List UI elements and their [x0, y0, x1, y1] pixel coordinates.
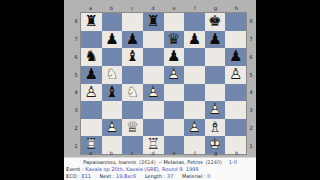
file-label-b: b [101, 5, 122, 11]
file-label-d: d [143, 150, 164, 156]
square-e2 [164, 119, 185, 137]
white-queen-c2: ♛♕ [122, 119, 143, 137]
square-g3: ♟♙ [205, 101, 226, 119]
square-b6 [102, 48, 123, 66]
rank-label-8: 8 [248, 12, 254, 30]
square-e4 [164, 84, 185, 102]
white-pawn-a4: ♟♙ [81, 84, 102, 102]
black-pawn-c7: ♟ [122, 31, 143, 49]
next-move-value: 19.Bxc6 [116, 173, 136, 179]
white-bishop-g2: ♝♗ [205, 119, 226, 137]
square-g7: ♟ [205, 31, 226, 49]
square-b5: ♞♘ [102, 66, 123, 84]
square-c3 [122, 101, 143, 119]
file-label-a: a [80, 5, 101, 11]
file-label-a: a [80, 150, 101, 156]
file-label-f: f [184, 150, 205, 156]
rank-labels-left: 87654321 [73, 12, 79, 155]
square-d3 [143, 101, 164, 119]
rank-label-4: 4 [73, 84, 79, 102]
square-d4: ♟♙ [143, 84, 164, 102]
square-g6 [205, 48, 226, 66]
square-a4: ♟♙ [81, 84, 102, 102]
square-a2 [81, 119, 102, 137]
square-e6: ♟ [164, 48, 185, 66]
stats-line: ECO : E11 Next : 19.Bxc6 Length : 37 Mat… [66, 173, 256, 179]
length-label: Length : [145, 173, 166, 179]
square-f8 [184, 13, 205, 31]
square-d2 [143, 119, 164, 137]
square-c7: ♟ [122, 31, 143, 49]
square-c2: ♛♕ [122, 119, 143, 137]
black-rook-a8: ♜ [81, 13, 102, 31]
square-c8 [122, 13, 143, 31]
black-queen-e7: ♛ [164, 31, 185, 49]
white-pawn-d4: ♟♙ [143, 84, 164, 102]
black-pawn-b7: ♟ [102, 31, 123, 49]
file-label-e: e [164, 150, 185, 156]
square-b2: ♟♙ [102, 119, 123, 137]
black-pawn-f7: ♟ [184, 31, 205, 49]
rank-label-6: 6 [73, 48, 79, 66]
rank-labels-right: 87654321 [248, 12, 254, 155]
square-f4 [184, 84, 205, 102]
file-labels-top: abcdefgh [80, 5, 247, 11]
square-f6 [184, 48, 205, 66]
white-pawn-f2: ♟♙ [184, 119, 205, 137]
white-player-rating: (2614) [139, 159, 156, 165]
rank-label-3: 3 [248, 101, 254, 119]
event-line: Event : Kavala op 20th, Kavala (GRE), Ro… [66, 166, 256, 172]
square-d7 [143, 31, 164, 49]
content-strip: abcdefgh 87654321 ♜♜♚♟♟♛♟♟♞♝♟♟♟♞♘♟♙♟♙♟♙♝… [64, 0, 256, 180]
event-value: Kavala op 20th, Kavala (GRE), Round 9, 1… [85, 166, 198, 172]
square-c5 [122, 66, 143, 84]
chess-board: ♜♜♚♟♟♛♟♟♞♝♟♟♟♞♘♟♙♟♙♟♙♝♞♘♟♙♟♙♟♙♛♕♟♙♝♗♜♖♜♖… [80, 12, 247, 155]
chess-board-area: abcdefgh 87654321 ♜♜♚♟♟♛♟♟♞♝♟♟♟♞♘♟♙♟♙♟♙♝… [64, 0, 256, 157]
black-pawn-h6: ♟ [225, 48, 246, 66]
vs-separator: -- [158, 159, 162, 165]
black-rook-d8: ♜ [143, 13, 164, 31]
next-move-label: Next : [100, 173, 115, 179]
rank-label-5: 5 [73, 66, 79, 84]
file-label-c: c [122, 5, 143, 11]
game-result: 1-0 [229, 159, 237, 165]
file-labels-bottom: abcdefgh [80, 150, 247, 156]
square-d8: ♜ [143, 13, 164, 31]
square-a6: ♞ [81, 48, 102, 66]
rank-label-3: 3 [73, 101, 79, 119]
black-knight-a6: ♞ [81, 48, 102, 66]
square-b3 [102, 101, 123, 119]
square-h6: ♟ [225, 48, 246, 66]
square-h2 [225, 119, 246, 137]
file-label-b: b [101, 150, 122, 156]
square-f2: ♟♙ [184, 119, 205, 137]
square-b8 [102, 13, 123, 31]
square-a5: ♟ [81, 66, 102, 84]
rank-label-1: 1 [73, 137, 79, 155]
file-label-g: g [205, 5, 226, 11]
square-g8: ♚ [205, 13, 226, 31]
square-c4: ♞♘ [122, 84, 143, 102]
white-player-name: Papaioannou, Ioannis [83, 159, 136, 165]
white-knight-c4: ♞♘ [122, 84, 143, 102]
square-e5: ♟♙ [164, 66, 185, 84]
square-d6 [143, 48, 164, 66]
rank-label-2: 2 [73, 119, 79, 137]
file-label-f: f [184, 5, 205, 11]
square-a7 [81, 31, 102, 49]
square-a3 [81, 101, 102, 119]
square-f7: ♟ [184, 31, 205, 49]
square-e7: ♛ [164, 31, 185, 49]
square-d5 [143, 66, 164, 84]
square-c6: ♝ [122, 48, 143, 66]
rank-label-7: 7 [248, 30, 254, 48]
black-bishop-c6: ♝ [122, 48, 143, 66]
rank-label-1: 1 [248, 137, 254, 155]
file-label-h: h [226, 150, 247, 156]
rank-label-7: 7 [73, 30, 79, 48]
white-pawn-b2: ♟♙ [102, 119, 123, 137]
file-label-d: d [143, 5, 164, 11]
black-player-name: Melanas, Petros [163, 159, 202, 165]
game-caption: Papaioannou, Ioannis (2614) -- Melanas, … [64, 157, 256, 180]
square-b4: ♝ [102, 84, 123, 102]
players-line: Papaioannou, Ioannis (2614) -- Melanas, … [64, 159, 256, 165]
black-king-g8: ♚ [205, 13, 226, 31]
file-label-e: e [164, 5, 185, 11]
square-g4 [205, 84, 226, 102]
eco-value: E11 [81, 173, 91, 179]
rank-label-6: 6 [248, 48, 254, 66]
square-b7: ♟ [102, 31, 123, 49]
rank-label-4: 4 [248, 84, 254, 102]
square-a8: ♜ [81, 13, 102, 31]
black-bishop-b4: ♝ [102, 84, 123, 102]
rank-label-8: 8 [73, 12, 79, 30]
square-f3 [184, 101, 205, 119]
black-pawn-e6: ♟ [164, 48, 185, 66]
square-e8 [164, 13, 185, 31]
white-pawn-e5: ♟♙ [164, 66, 185, 84]
file-label-g: g [205, 150, 226, 156]
rank-label-5: 5 [248, 66, 254, 84]
square-h7 [225, 31, 246, 49]
square-e3 [164, 101, 185, 119]
video-frame: { "game": "chess", "position": { "fen": … [0, 0, 320, 180]
square-h3 [225, 101, 246, 119]
white-pawn-h5: ♟♙ [225, 66, 246, 84]
square-h5: ♟♙ [225, 66, 246, 84]
square-h4 [225, 84, 246, 102]
material-label: Material : [182, 173, 206, 179]
rank-label-2: 2 [248, 119, 254, 137]
white-knight-b5: ♞♘ [102, 66, 123, 84]
black-player-rating: (2240) [205, 159, 222, 165]
material-value: 0 [207, 173, 210, 179]
file-label-c: c [122, 150, 143, 156]
square-g5 [205, 66, 226, 84]
white-pawn-g3: ♟♙ [205, 101, 226, 119]
black-pawn-g7: ♟ [205, 31, 226, 49]
file-label-h: h [226, 5, 247, 11]
black-pawn-a5: ♟ [81, 66, 102, 84]
square-f5 [184, 66, 205, 84]
square-g2: ♝♗ [205, 119, 226, 137]
length-value: 37 [167, 173, 173, 179]
square-h8 [225, 13, 246, 31]
eco-label: ECO : [66, 173, 80, 179]
event-label: Event : [66, 166, 84, 172]
